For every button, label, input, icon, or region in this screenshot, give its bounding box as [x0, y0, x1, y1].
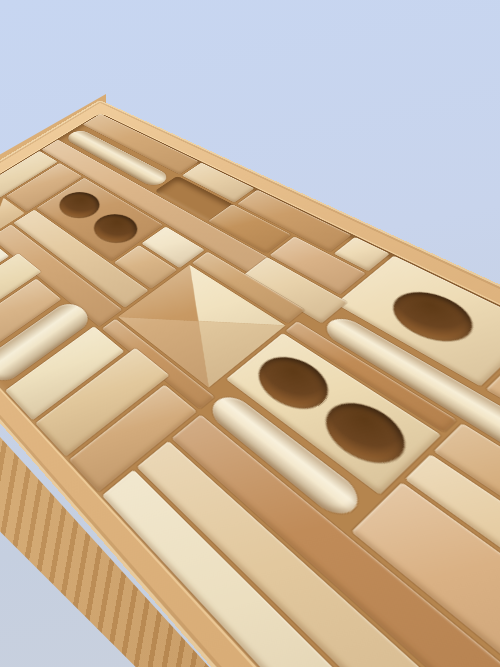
photo-scene: [0, 0, 500, 667]
drilled-hole: [86, 209, 146, 249]
